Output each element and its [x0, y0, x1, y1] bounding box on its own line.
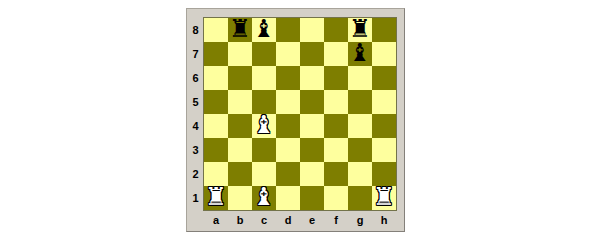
square-a1[interactable]: ♜: [204, 186, 228, 210]
square-e7[interactable]: [300, 42, 324, 66]
square-c2[interactable]: [252, 162, 276, 186]
square-d1[interactable]: [276, 186, 300, 210]
square-h4[interactable]: [372, 114, 396, 138]
square-h2[interactable]: [372, 162, 396, 186]
square-h8[interactable]: [372, 18, 396, 42]
square-h3[interactable]: [372, 138, 396, 162]
board: ♜♝♜♝♝♜♝♜: [204, 18, 396, 210]
square-c6[interactable]: [252, 66, 276, 90]
square-b4[interactable]: [228, 114, 252, 138]
file-label-f: f: [324, 210, 348, 230]
square-g7[interactable]: ♝: [348, 42, 372, 66]
rank-label-7: 7: [187, 42, 204, 66]
file-label-a: a: [204, 210, 228, 230]
square-f1[interactable]: [324, 186, 348, 210]
square-c5[interactable]: [252, 90, 276, 114]
black-bishop[interactable]: ♝: [253, 18, 275, 41]
square-g1[interactable]: [348, 186, 372, 210]
file-label-b: b: [228, 210, 252, 230]
rank-label-3: 3: [187, 138, 204, 162]
white-bishop[interactable]: ♝: [253, 114, 275, 137]
square-a5[interactable]: [204, 90, 228, 114]
rank-label-4: 4: [187, 114, 204, 138]
square-e3[interactable]: [300, 138, 324, 162]
square-a3[interactable]: [204, 138, 228, 162]
square-d4[interactable]: [276, 114, 300, 138]
square-c8[interactable]: ♝: [252, 18, 276, 42]
square-f3[interactable]: [324, 138, 348, 162]
square-d8[interactable]: [276, 18, 300, 42]
square-e5[interactable]: [300, 90, 324, 114]
square-a8[interactable]: [204, 18, 228, 42]
square-d3[interactable]: [276, 138, 300, 162]
square-d2[interactable]: [276, 162, 300, 186]
rank-label-8: 8: [187, 18, 204, 42]
white-rook[interactable]: ♜: [205, 186, 227, 209]
square-d7[interactable]: [276, 42, 300, 66]
file-label-h: h: [372, 210, 396, 230]
square-e2[interactable]: [300, 162, 324, 186]
square-b2[interactable]: [228, 162, 252, 186]
square-a6[interactable]: [204, 66, 228, 90]
square-e4[interactable]: [300, 114, 324, 138]
square-c4[interactable]: ♝: [252, 114, 276, 138]
black-rook[interactable]: ♜: [229, 18, 251, 41]
square-f4[interactable]: [324, 114, 348, 138]
square-g2[interactable]: [348, 162, 372, 186]
chessboard-frame: 87654321 ♜♝♜♝♝♜♝♜ abcdefgh: [186, 8, 405, 232]
file-label-c: c: [252, 210, 276, 230]
page: 87654321 ♜♝♜♝♝♜♝♜ abcdefgh: [0, 0, 591, 237]
white-rook[interactable]: ♜: [373, 186, 395, 209]
file-labels: abcdefgh: [204, 210, 396, 230]
file-label-g: g: [348, 210, 372, 230]
black-bishop[interactable]: ♝: [349, 42, 371, 65]
rank-label-2: 2: [187, 162, 204, 186]
rank-label-5: 5: [187, 90, 204, 114]
rank-labels: 87654321: [187, 18, 204, 210]
rank-label-6: 6: [187, 66, 204, 90]
square-c7[interactable]: [252, 42, 276, 66]
square-h1[interactable]: ♜: [372, 186, 396, 210]
square-d6[interactable]: [276, 66, 300, 90]
square-h6[interactable]: [372, 66, 396, 90]
square-b3[interactable]: [228, 138, 252, 162]
square-g4[interactable]: [348, 114, 372, 138]
file-label-e: e: [300, 210, 324, 230]
square-f6[interactable]: [324, 66, 348, 90]
black-rook[interactable]: ♜: [349, 18, 371, 41]
square-f2[interactable]: [324, 162, 348, 186]
square-e6[interactable]: [300, 66, 324, 90]
square-g8[interactable]: ♜: [348, 18, 372, 42]
square-b8[interactable]: ♜: [228, 18, 252, 42]
square-g6[interactable]: [348, 66, 372, 90]
square-c1[interactable]: ♝: [252, 186, 276, 210]
square-e1[interactable]: [300, 186, 324, 210]
square-g5[interactable]: [348, 90, 372, 114]
square-h7[interactable]: [372, 42, 396, 66]
square-a7[interactable]: [204, 42, 228, 66]
square-b6[interactable]: [228, 66, 252, 90]
white-bishop[interactable]: ♝: [253, 186, 275, 209]
square-a4[interactable]: [204, 114, 228, 138]
square-b5[interactable]: [228, 90, 252, 114]
square-b1[interactable]: [228, 186, 252, 210]
square-e8[interactable]: [300, 18, 324, 42]
square-f8[interactable]: [324, 18, 348, 42]
square-b7[interactable]: [228, 42, 252, 66]
rank-label-1: 1: [187, 186, 204, 210]
square-d5[interactable]: [276, 90, 300, 114]
file-label-d: d: [276, 210, 300, 230]
square-c3[interactable]: [252, 138, 276, 162]
square-f7[interactable]: [324, 42, 348, 66]
square-a2[interactable]: [204, 162, 228, 186]
square-h5[interactable]: [372, 90, 396, 114]
square-g3[interactable]: [348, 138, 372, 162]
square-f5[interactable]: [324, 90, 348, 114]
